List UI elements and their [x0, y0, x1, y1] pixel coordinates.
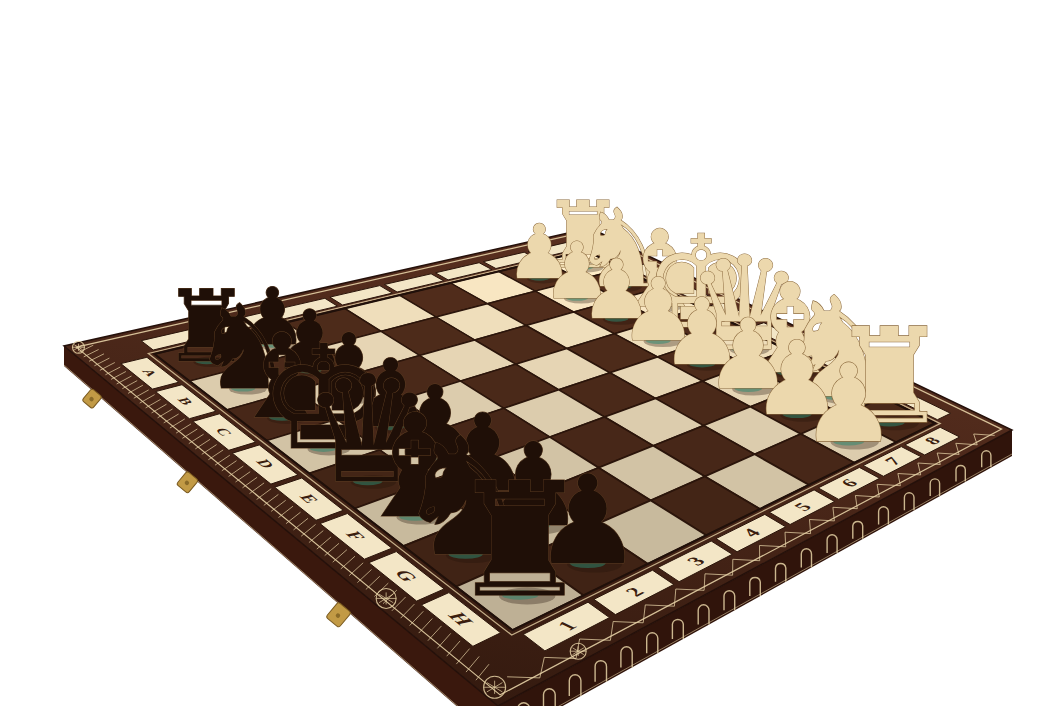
piece-glyph-pawn: ♟ [800, 341, 897, 466]
piece-black-rook-h1: ♜ [449, 448, 591, 632]
piece-white-pawn-h7: ♟ [800, 341, 897, 466]
piece-glyph-rook: ♜ [449, 448, 591, 632]
chess-set-photo: ABCDEFGH87654321♜♟♞♟♝♟♚♟♟♛♜♟♟♝♟♞♞♟♟♝♜♟♟♚… [0, 0, 1060, 706]
chess-board: ABCDEFGH87654321♜♟♞♟♝♟♚♟♟♛♜♟♟♝♟♞♞♟♟♝♜♟♟♚… [0, 0, 1060, 706]
